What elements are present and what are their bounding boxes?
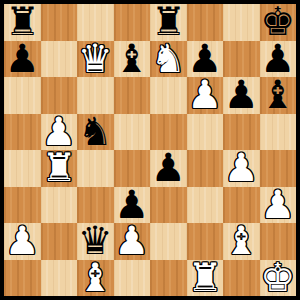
square-c7[interactable]: ♛	[77, 41, 114, 78]
square-f5[interactable]	[187, 114, 224, 151]
square-e1[interactable]	[150, 260, 187, 297]
board-frame: ♜♜♚♟♛♝♞♟♟♟♟♝♟♞♜♟♟♟♟♟♛♟♝♝♜♚	[0, 0, 300, 300]
square-e6[interactable]	[150, 77, 187, 114]
piece-black-knight[interactable]: ♞	[78, 114, 113, 151]
square-b2[interactable]	[41, 223, 78, 260]
square-b4[interactable]: ♜	[41, 150, 78, 187]
square-f3[interactable]	[187, 187, 224, 224]
square-b7[interactable]	[41, 41, 78, 78]
chess-board[interactable]: ♜♜♚♟♛♝♞♟♟♟♟♝♟♞♜♟♟♟♟♟♛♟♝♝♜♚	[4, 4, 296, 296]
square-c4[interactable]	[77, 150, 114, 187]
square-b3[interactable]	[41, 187, 78, 224]
square-g2[interactable]: ♝	[223, 223, 260, 260]
square-g8[interactable]	[223, 4, 260, 41]
piece-white-pawn[interactable]: ♟	[187, 77, 222, 114]
square-h6[interactable]: ♝	[260, 77, 297, 114]
square-f1[interactable]: ♜	[187, 260, 224, 297]
square-h1[interactable]: ♚	[260, 260, 297, 297]
square-g4[interactable]: ♟	[223, 150, 260, 187]
piece-white-bishop[interactable]: ♝	[224, 223, 259, 260]
piece-white-rook[interactable]: ♜	[187, 260, 222, 297]
piece-black-pawn[interactable]: ♟	[224, 77, 259, 114]
square-d1[interactable]	[114, 260, 151, 297]
piece-black-bishop[interactable]: ♝	[260, 77, 295, 114]
piece-black-pawn[interactable]: ♟	[151, 150, 186, 187]
piece-white-pawn[interactable]: ♟	[260, 187, 295, 224]
square-a7[interactable]: ♟	[4, 41, 41, 78]
piece-white-king[interactable]: ♚	[260, 260, 295, 297]
square-g1[interactable]	[223, 260, 260, 297]
square-f4[interactable]	[187, 150, 224, 187]
square-e4[interactable]: ♟	[150, 150, 187, 187]
piece-white-pawn[interactable]: ♟	[5, 223, 40, 260]
square-h5[interactable]	[260, 114, 297, 151]
square-c5[interactable]: ♞	[77, 114, 114, 151]
square-f6[interactable]: ♟	[187, 77, 224, 114]
square-h3[interactable]: ♟	[260, 187, 297, 224]
square-d5[interactable]	[114, 114, 151, 151]
square-a6[interactable]	[4, 77, 41, 114]
piece-black-pawn[interactable]: ♟	[5, 41, 40, 78]
square-c1[interactable]: ♝	[77, 260, 114, 297]
square-d2[interactable]: ♟	[114, 223, 151, 260]
square-d7[interactable]: ♝	[114, 41, 151, 78]
piece-black-bishop[interactable]: ♝	[114, 41, 149, 78]
square-a4[interactable]	[4, 150, 41, 187]
square-b8[interactable]	[41, 4, 78, 41]
square-b1[interactable]	[41, 260, 78, 297]
square-a5[interactable]	[4, 114, 41, 151]
piece-white-knight[interactable]: ♞	[151, 41, 186, 78]
piece-white-pawn[interactable]: ♟	[224, 150, 259, 187]
square-g6[interactable]: ♟	[223, 77, 260, 114]
piece-white-pawn[interactable]: ♟	[114, 223, 149, 260]
piece-white-rook[interactable]: ♜	[41, 150, 76, 187]
square-a2[interactable]: ♟	[4, 223, 41, 260]
square-e2[interactable]	[150, 223, 187, 260]
square-a1[interactable]	[4, 260, 41, 297]
square-e7[interactable]: ♞	[150, 41, 187, 78]
piece-white-queen[interactable]: ♛	[78, 41, 113, 78]
piece-white-bishop[interactable]: ♝	[78, 260, 113, 297]
square-e3[interactable]	[150, 187, 187, 224]
square-d6[interactable]	[114, 77, 151, 114]
